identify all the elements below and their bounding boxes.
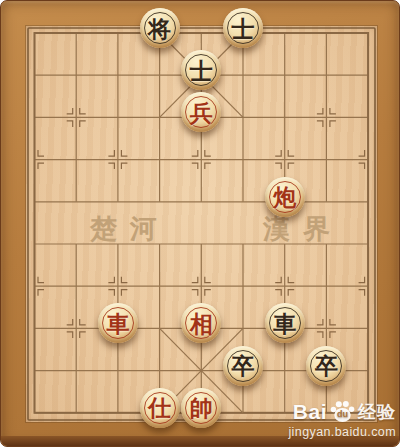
board-intersection[interactable]: [180, 181, 222, 223]
piece-glyph: 卒: [232, 354, 255, 377]
board-intersection[interactable]: [139, 349, 181, 391]
board-intersection[interactable]: [305, 12, 347, 54]
board-intersection[interactable]: [14, 307, 56, 349]
board-intersection[interactable]: [97, 96, 139, 138]
board-intersection[interactable]: [305, 138, 347, 180]
board-intersection[interactable]: [55, 307, 97, 349]
board-intersection[interactable]: [97, 181, 139, 223]
board-intersection[interactable]: [55, 181, 97, 223]
board-intersection[interactable]: [55, 54, 97, 96]
board-intersection[interactable]: [347, 54, 389, 96]
board-intersection[interactable]: [347, 138, 389, 180]
red-general-piece[interactable]: 帥: [181, 388, 221, 428]
red-cannon-piece[interactable]: 炮: [265, 177, 305, 217]
board-intersection[interactable]: [264, 223, 306, 265]
piece-glyph: 士: [190, 59, 213, 82]
board-intersection[interactable]: [14, 392, 56, 434]
board-intersection[interactable]: [14, 181, 56, 223]
watermark-bai-text: Bai: [293, 400, 327, 424]
piece-glyph: 兵: [190, 101, 213, 124]
board-intersection[interactable]: [305, 265, 347, 307]
board-intersection[interactable]: [14, 223, 56, 265]
board-intersection[interactable]: [97, 392, 139, 434]
board-intersection[interactable]: [139, 265, 181, 307]
board-intersection[interactable]: [347, 223, 389, 265]
board-intersection[interactable]: [97, 349, 139, 391]
board-intersection[interactable]: [97, 138, 139, 180]
board-intersection[interactable]: [347, 96, 389, 138]
board-intersection[interactable]: [139, 307, 181, 349]
black-advisor-piece[interactable]: 士: [223, 8, 263, 48]
board-intersection[interactable]: [139, 96, 181, 138]
board-intersection[interactable]: [305, 181, 347, 223]
board-intersection[interactable]: [264, 54, 306, 96]
board-intersection[interactable]: [14, 265, 56, 307]
board-intersection[interactable]: [347, 181, 389, 223]
board-intersection[interactable]: [97, 223, 139, 265]
board-intersection[interactable]: [222, 392, 264, 434]
board-intersection[interactable]: [347, 349, 389, 391]
piece-glyph: 相: [190, 312, 213, 335]
piece-glyph: 車: [106, 312, 129, 335]
board-intersection[interactable]: [264, 96, 306, 138]
board-intersection[interactable]: [264, 12, 306, 54]
board-intersection[interactable]: [222, 54, 264, 96]
board-intersection[interactable]: [14, 96, 56, 138]
board-intersection[interactable]: [180, 265, 222, 307]
board-intersection[interactable]: [222, 307, 264, 349]
board-intersection[interactable]: [97, 54, 139, 96]
black-soldier-piece[interactable]: 卒: [306, 346, 346, 386]
board-intersection[interactable]: [55, 392, 97, 434]
board-intersection[interactable]: [180, 349, 222, 391]
board-intersection[interactable]: [305, 223, 347, 265]
board-intersection[interactable]: [55, 96, 97, 138]
watermark-jingyan-text: 经验: [358, 400, 396, 424]
board-intersection[interactable]: [139, 223, 181, 265]
baidu-paw-icon: du: [329, 399, 356, 424]
board-intersection[interactable]: [139, 181, 181, 223]
board-intersection[interactable]: [305, 54, 347, 96]
board-intersection[interactable]: [222, 223, 264, 265]
board-intersection[interactable]: [180, 138, 222, 180]
piece-glyph: 士: [232, 17, 255, 40]
black-general-piece[interactable]: 将: [140, 8, 180, 48]
board-intersection[interactable]: [222, 96, 264, 138]
board-intersection[interactable]: [305, 307, 347, 349]
black-soldier-piece[interactable]: 卒: [223, 346, 263, 386]
board-intersection[interactable]: [139, 138, 181, 180]
board-intersection[interactable]: [264, 349, 306, 391]
board-intersection[interactable]: [222, 181, 264, 223]
board-intersection[interactable]: [55, 138, 97, 180]
board-intersection[interactable]: [14, 12, 56, 54]
board-intersection[interactable]: [347, 307, 389, 349]
board-intersection[interactable]: [55, 223, 97, 265]
board-intersection[interactable]: [55, 12, 97, 54]
watermark-url: jingyan.baidu.com: [288, 425, 396, 439]
board-intersection[interactable]: [222, 138, 264, 180]
board-intersection[interactable]: [55, 265, 97, 307]
board-intersection[interactable]: [55, 349, 97, 391]
board-intersection[interactable]: [97, 12, 139, 54]
board-intersection[interactable]: [180, 223, 222, 265]
piece-glyph: 炮: [273, 185, 296, 208]
piece-glyph: 仕: [148, 396, 171, 419]
red-advisor-piece[interactable]: 仕: [140, 388, 180, 428]
board-intersection[interactable]: [97, 265, 139, 307]
board-intersection[interactable]: [180, 12, 222, 54]
board-intersection[interactable]: [14, 138, 56, 180]
baidu-watermark: Bai du 经验 jingyan.baidu.com: [288, 399, 396, 439]
piece-glyph: 卒: [315, 354, 338, 377]
board-intersection[interactable]: [305, 96, 347, 138]
board-intersection[interactable]: [347, 265, 389, 307]
piece-glyph: 帥: [190, 396, 213, 419]
piece-glyph: 車: [273, 312, 296, 335]
piece-glyph: 将: [148, 17, 171, 40]
watermark-du-text: du: [337, 409, 348, 419]
board-intersection[interactable]: [264, 265, 306, 307]
board-intersection[interactable]: [264, 138, 306, 180]
board-intersection[interactable]: [222, 265, 264, 307]
board-intersection[interactable]: [14, 54, 56, 96]
board-intersection[interactable]: [347, 12, 389, 54]
board-intersection[interactable]: [14, 349, 56, 391]
board-intersection[interactable]: [139, 54, 181, 96]
black-chariot-piece[interactable]: 車: [265, 303, 305, 343]
xiangqi-app: 楚河 漢界 将士士兵炮車相車卒卒仕帥 Bai: [0, 0, 400, 447]
board-frame: 楚河 漢界 将士士兵炮車相車卒卒仕帥 Bai: [0, 0, 400, 447]
